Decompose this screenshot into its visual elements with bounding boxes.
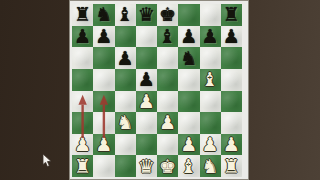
square-f8[interactable] [178, 4, 199, 26]
piece-white-queen[interactable]: ♛ [138, 157, 155, 176]
piece-black-knight[interactable]: ♞ [95, 5, 112, 24]
square-b8[interactable]: ♞ [93, 4, 114, 26]
piece-white-knight[interactable]: ♞ [202, 157, 219, 176]
square-e6[interactable] [157, 47, 178, 69]
square-f1[interactable]: ♝ [178, 155, 199, 177]
piece-white-pawn[interactable]: ♟ [138, 92, 155, 111]
piece-white-rook[interactable]: ♜ [223, 157, 240, 176]
square-b1[interactable] [93, 155, 114, 177]
square-d8[interactable]: ♛ [136, 4, 157, 26]
board-frame: ♜♞♝♛♚♜♟♟♝♟♟♟♟♞♟♝♟♞♟♟♟♟♟♟♜♛♚♝♞♜ [69, 0, 249, 180]
piece-white-king[interactable]: ♚ [159, 157, 176, 176]
piece-black-pawn[interactable]: ♟ [95, 27, 112, 46]
square-d2[interactable] [136, 134, 157, 156]
piece-black-knight[interactable]: ♞ [180, 49, 197, 68]
square-g2[interactable]: ♟ [200, 134, 221, 156]
square-e5[interactable] [157, 69, 178, 91]
piece-white-pawn[interactable]: ♟ [74, 135, 91, 154]
square-g5[interactable]: ♝ [200, 69, 221, 91]
square-h2[interactable]: ♟ [221, 134, 242, 156]
square-d3[interactable] [136, 112, 157, 134]
square-b6[interactable] [93, 47, 114, 69]
square-a7[interactable]: ♟ [72, 26, 93, 48]
square-a8[interactable]: ♜ [72, 4, 93, 26]
piece-black-rook[interactable]: ♜ [223, 5, 240, 24]
square-h8[interactable]: ♜ [221, 4, 242, 26]
piece-black-queen[interactable]: ♛ [138, 5, 155, 24]
square-h6[interactable] [221, 47, 242, 69]
square-c2[interactable] [115, 134, 136, 156]
square-c6[interactable]: ♟ [115, 47, 136, 69]
square-f3[interactable] [178, 112, 199, 134]
piece-white-pawn[interactable]: ♟ [159, 113, 176, 132]
square-e4[interactable] [157, 91, 178, 113]
square-h3[interactable] [221, 112, 242, 134]
piece-black-pawn[interactable]: ♟ [202, 27, 219, 46]
piece-black-pawn[interactable]: ♟ [223, 27, 240, 46]
square-g7[interactable]: ♟ [200, 26, 221, 48]
square-a2[interactable]: ♟ [72, 134, 93, 156]
square-g3[interactable] [200, 112, 221, 134]
square-h5[interactable] [221, 69, 242, 91]
piece-black-bishop[interactable]: ♝ [159, 27, 176, 46]
piece-black-rook[interactable]: ♜ [74, 5, 91, 24]
square-g1[interactable]: ♞ [200, 155, 221, 177]
square-c5[interactable] [115, 69, 136, 91]
square-c8[interactable]: ♝ [115, 4, 136, 26]
square-d1[interactable]: ♛ [136, 155, 157, 177]
square-a6[interactable] [72, 47, 93, 69]
piece-black-bishop[interactable]: ♝ [117, 5, 134, 24]
piece-white-bishop[interactable]: ♝ [202, 70, 219, 89]
piece-white-pawn[interactable]: ♟ [95, 135, 112, 154]
piece-white-pawn[interactable]: ♟ [223, 135, 240, 154]
piece-black-king[interactable]: ♚ [159, 5, 176, 24]
square-h1[interactable]: ♜ [221, 155, 242, 177]
piece-white-rook[interactable]: ♜ [74, 157, 91, 176]
square-d4[interactable]: ♟ [136, 91, 157, 113]
square-f6[interactable]: ♞ [178, 47, 199, 69]
square-c3[interactable]: ♞ [115, 112, 136, 134]
piece-black-pawn[interactable]: ♟ [74, 27, 91, 46]
piece-white-pawn[interactable]: ♟ [180, 135, 197, 154]
square-h7[interactable]: ♟ [221, 26, 242, 48]
square-g4[interactable] [200, 91, 221, 113]
board: ♜♞♝♛♚♜♟♟♝♟♟♟♟♞♟♝♟♞♟♟♟♟♟♟♜♛♚♝♞♜ [72, 4, 242, 177]
square-e3[interactable]: ♟ [157, 112, 178, 134]
square-a4[interactable] [72, 91, 93, 113]
video-frame: ♜♞♝♛♚♜♟♟♝♟♟♟♟♞♟♝♟♞♟♟♟♟♟♟♜♛♚♝♞♜ [0, 0, 320, 180]
square-h4[interactable] [221, 91, 242, 113]
square-f2[interactable]: ♟ [178, 134, 199, 156]
square-b2[interactable]: ♟ [93, 134, 114, 156]
piece-white-bishop[interactable]: ♝ [180, 157, 197, 176]
piece-white-pawn[interactable]: ♟ [202, 135, 219, 154]
square-c4[interactable] [115, 91, 136, 113]
square-a1[interactable]: ♜ [72, 155, 93, 177]
square-b4[interactable] [93, 91, 114, 113]
square-e2[interactable] [157, 134, 178, 156]
square-e1[interactable]: ♚ [157, 155, 178, 177]
piece-black-pawn[interactable]: ♟ [180, 27, 197, 46]
square-f4[interactable] [178, 91, 199, 113]
square-d6[interactable] [136, 47, 157, 69]
square-e7[interactable]: ♝ [157, 26, 178, 48]
piece-black-pawn[interactable]: ♟ [117, 49, 134, 68]
square-g8[interactable] [200, 4, 221, 26]
square-d5[interactable]: ♟ [136, 69, 157, 91]
piece-black-pawn[interactable]: ♟ [138, 70, 155, 89]
square-f7[interactable]: ♟ [178, 26, 199, 48]
square-e8[interactable]: ♚ [157, 4, 178, 26]
square-c7[interactable] [115, 26, 136, 48]
square-b7[interactable]: ♟ [93, 26, 114, 48]
square-a3[interactable] [72, 112, 93, 134]
piece-white-knight[interactable]: ♞ [117, 113, 134, 132]
square-c1[interactable] [115, 155, 136, 177]
square-b5[interactable] [93, 69, 114, 91]
square-b3[interactable] [93, 112, 114, 134]
mouse-cursor [42, 154, 53, 168]
square-f5[interactable] [178, 69, 199, 91]
square-a5[interactable] [72, 69, 93, 91]
square-g6[interactable] [200, 47, 221, 69]
square-d7[interactable] [136, 26, 157, 48]
